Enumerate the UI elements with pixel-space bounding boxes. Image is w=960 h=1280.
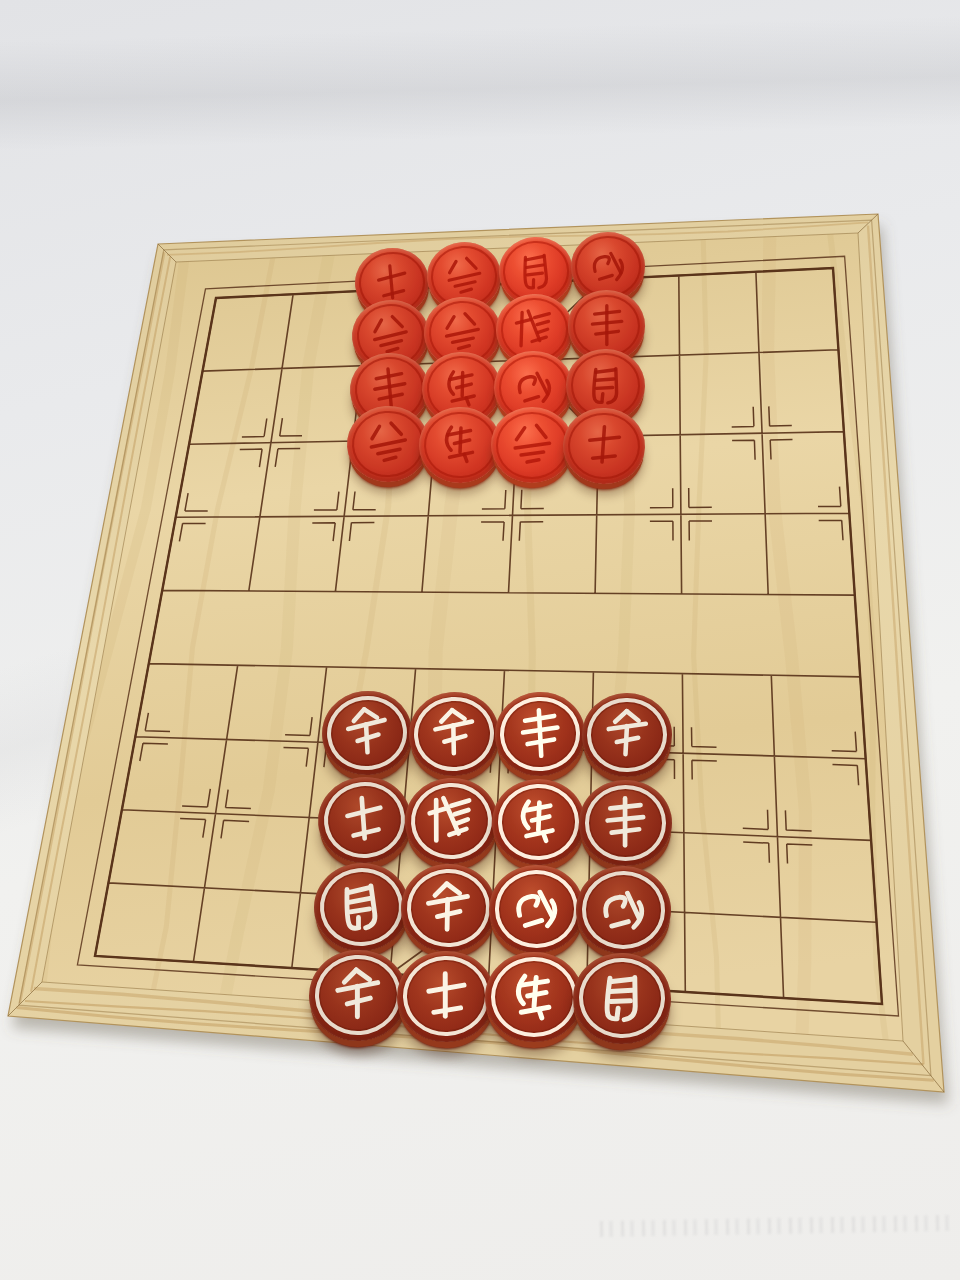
xiangqi-piece-bing[interactable] [491,407,573,483]
piece-character-engraving [500,416,564,475]
xiangqi-piece-xiang[interactable] [485,952,583,1043]
xiangqi-piece-ma[interactable] [310,860,412,956]
piece-character-engraving [410,872,488,945]
piece-character-engraving [506,243,566,300]
xiangqi-piece-pao[interactable] [575,865,672,955]
xiangqi-piece-zu[interactable] [399,862,498,955]
piece-character-engraving [496,962,572,1033]
xiangqi-piece-shi[interactable] [396,949,497,1043]
piece-character-engraving [328,696,406,769]
piece-character-engraving [504,700,578,769]
xiangqi-piece-xiang[interactable] [490,777,585,866]
xiangqi-piece-ju[interactable] [579,780,672,866]
piece-character-engraving [318,957,399,1033]
piece-character-engraving [416,698,492,769]
piece-character-engraving [583,961,661,1034]
piece-character-engraving [589,789,661,856]
piece-character-engraving [501,787,575,857]
xiangqi-piece-zu[interactable] [405,688,502,779]
piece-character-engraving [427,414,493,475]
xiangqi-piece-shi[interactable] [562,407,646,486]
xiangqi-piece-ma[interactable] [572,951,673,1045]
xiangqi-piece-ju[interactable] [493,690,587,778]
photo-scene [0,0,960,1280]
piece-character-engraving [504,301,566,359]
piece-character-engraving [321,870,401,945]
piece-character-engraving [354,412,422,475]
piece-character-engraving [577,298,637,353]
xiangqi-piece-shi[interactable] [314,773,415,868]
piece-character-engraving [591,702,662,768]
piece-character-engraving [579,239,638,294]
xiangqi-piece-jiang[interactable] [402,775,500,867]
piece-character-engraving [407,959,485,1032]
piece-character-engraving [571,415,637,476]
xiangqi-piece-zu[interactable] [306,946,410,1043]
piece-character-engraving [586,875,661,945]
piece-character-engraving [413,785,490,857]
pieces-layer [0,0,960,1280]
xiangqi-piece-pao[interactable] [488,864,585,954]
xiangqi-piece-xiang[interactable] [418,405,502,484]
piece-character-engraving [498,874,573,944]
piece-character-engraving [325,783,404,857]
xiangqi-piece-zu[interactable] [317,686,417,780]
xiangqi-piece-zu[interactable] [581,692,672,777]
